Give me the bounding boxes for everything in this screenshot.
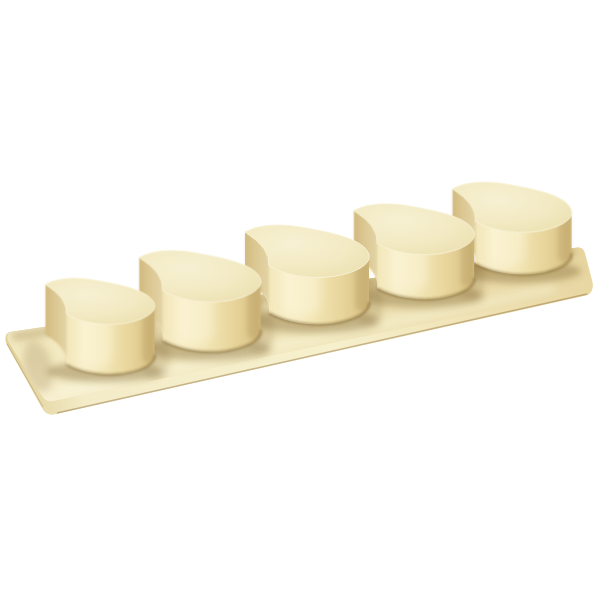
tray-scene-svg	[0, 0, 600, 600]
product-photo	[0, 0, 600, 600]
